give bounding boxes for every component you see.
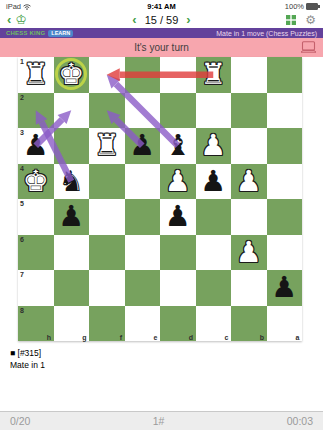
- rank-label-2: 2: [20, 94, 24, 101]
- square-e1[interactable]: [125, 57, 161, 93]
- square-h5[interactable]: 5: [18, 199, 54, 235]
- piece-white-P-b6[interactable]: ♟: [231, 235, 267, 271]
- prev-puzzle-button[interactable]: ‹: [132, 13, 136, 27]
- square-d8[interactable]: d: [160, 306, 196, 342]
- square-b3[interactable]: [231, 128, 267, 164]
- file-label-e: e: [154, 334, 158, 341]
- piece-black-P-h3[interactable]: ♟: [18, 128, 54, 164]
- bottom-bar: 0/20 1# 00:03: [0, 411, 323, 430]
- square-e4[interactable]: [125, 164, 161, 200]
- square-b8[interactable]: b: [231, 306, 267, 342]
- square-d1[interactable]: [160, 57, 196, 93]
- square-g6[interactable]: [54, 235, 90, 271]
- learn-badge: LEARN: [48, 30, 73, 37]
- piece-black-P-g5[interactable]: ♟: [54, 199, 90, 235]
- piece-black-P-d5[interactable]: ♟: [160, 199, 196, 235]
- turn-message: It's your turn: [0, 42, 323, 53]
- nav-bar: ‹ ♔ ‹ 15 / 59 › ⚙: [0, 12, 323, 28]
- square-c2[interactable]: [196, 93, 232, 129]
- piece-white-K-h4[interactable]: ♚: [18, 164, 54, 200]
- next-puzzle-button[interactable]: ›: [186, 13, 190, 27]
- square-d2[interactable]: [160, 93, 196, 129]
- square-c7[interactable]: [196, 270, 232, 306]
- course-title: Mate in 1 move (Chess Puzzles): [216, 30, 317, 37]
- square-d7[interactable]: [160, 270, 196, 306]
- brand-banner[interactable]: CHESS KING LEARN Mate in 1 move (Chess P…: [0, 28, 323, 38]
- grid-icon[interactable]: [286, 15, 296, 25]
- file-label-d: d: [189, 334, 193, 341]
- square-f2[interactable]: [89, 93, 125, 129]
- piece-white-R-h1[interactable]: ♜: [18, 57, 54, 93]
- rank-label-5: 5: [20, 200, 24, 207]
- brand-logo: CHESS KING: [6, 30, 45, 36]
- square-h7[interactable]: 7: [18, 270, 54, 306]
- file-label-g: g: [82, 334, 86, 341]
- gear-icon[interactable]: ⚙: [305, 13, 316, 27]
- piece-black-N-g4[interactable]: ♞: [54, 164, 90, 200]
- square-a4[interactable]: [267, 164, 303, 200]
- square-d6[interactable]: [160, 235, 196, 271]
- rank-label-7: 7: [20, 271, 24, 278]
- chess-board[interactable]: 12345678hgfedcba♜♚♜♟♜♟♝♟♚♞♟♟♟♟♟♟♟: [18, 57, 302, 341]
- square-e5[interactable]: [125, 199, 161, 235]
- square-g8[interactable]: g: [54, 306, 90, 342]
- stage-label: 1#: [153, 415, 165, 427]
- square-f1[interactable]: [89, 57, 125, 93]
- piece-white-P-c3[interactable]: ♟: [196, 128, 232, 164]
- computer-icon[interactable]: [300, 41, 317, 54]
- file-label-a: a: [296, 334, 300, 341]
- square-e8[interactable]: e: [125, 306, 161, 342]
- square-f7[interactable]: [89, 270, 125, 306]
- puzzle-counter: 15 / 59: [145, 14, 179, 26]
- square-g3[interactable]: [54, 128, 90, 164]
- battery-percent: 100%: [285, 2, 304, 11]
- square-e6[interactable]: [125, 235, 161, 271]
- rank-label-8: 8: [20, 307, 24, 314]
- square-a6[interactable]: [267, 235, 303, 271]
- turn-banner: It's your turn: [0, 38, 323, 57]
- file-label-f: f: [120, 334, 122, 341]
- timer: 00:03: [287, 415, 313, 427]
- square-g2[interactable]: [54, 93, 90, 129]
- square-e7[interactable]: [125, 270, 161, 306]
- square-f6[interactable]: [89, 235, 125, 271]
- piece-white-K-g1[interactable]: ♚: [54, 57, 90, 93]
- puzzle-task: Mate in 1: [10, 359, 45, 371]
- square-f8[interactable]: f: [89, 306, 125, 342]
- square-f4[interactable]: [89, 164, 125, 200]
- square-e2[interactable]: [125, 93, 161, 129]
- file-label-b: b: [260, 334, 264, 341]
- square-a3[interactable]: [267, 128, 303, 164]
- square-h8[interactable]: 8h: [18, 306, 54, 342]
- piece-white-P-b4[interactable]: ♟: [231, 164, 267, 200]
- square-a2[interactable]: [267, 93, 303, 129]
- piece-black-P-c4[interactable]: ♟: [196, 164, 232, 200]
- piece-white-R-c1[interactable]: ♜: [196, 57, 232, 93]
- square-b7[interactable]: [231, 270, 267, 306]
- puzzle-caption: ■ [#315] Mate in 1: [10, 347, 45, 371]
- piece-black-B-d3[interactable]: ♝: [160, 128, 196, 164]
- side-to-move-marker: ■: [10, 348, 15, 358]
- square-a1[interactable]: [267, 57, 303, 93]
- square-b1[interactable]: [231, 57, 267, 93]
- battery-icon: [306, 3, 318, 10]
- piece-black-P-a7[interactable]: ♟: [267, 270, 303, 306]
- score-counter: 0/20: [10, 415, 30, 427]
- piece-white-P-d4[interactable]: ♟: [160, 164, 196, 200]
- square-g7[interactable]: [54, 270, 90, 306]
- square-h6[interactable]: 6: [18, 235, 54, 271]
- square-c6[interactable]: [196, 235, 232, 271]
- app-window: iPad 9:41 AM 100% ‹ ♔ ‹ 15 / 59 ›: [0, 0, 323, 430]
- file-label-c: c: [225, 334, 229, 341]
- puzzle-id: [#315]: [18, 348, 42, 358]
- clock: 9:41 AM: [0, 2, 323, 11]
- rank-label-6: 6: [20, 236, 24, 243]
- status-bar: iPad 9:41 AM 100%: [0, 0, 323, 12]
- square-a8[interactable]: a: [267, 306, 303, 342]
- piece-white-R-f3[interactable]: ♜: [89, 128, 125, 164]
- square-h2[interactable]: 2: [18, 93, 54, 129]
- square-b5[interactable]: [231, 199, 267, 235]
- square-c8[interactable]: c: [196, 306, 232, 342]
- square-b2[interactable]: [231, 93, 267, 129]
- square-f5[interactable]: [89, 199, 125, 235]
- file-label-h: h: [47, 334, 51, 341]
- piece-black-P-e3[interactable]: ♟: [125, 128, 161, 164]
- square-c5[interactable]: [196, 199, 232, 235]
- square-a5[interactable]: [267, 199, 303, 235]
